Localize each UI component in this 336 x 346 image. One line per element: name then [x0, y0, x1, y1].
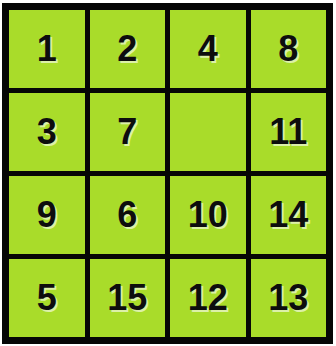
tile-6[interactable]: 6 [90, 176, 166, 254]
tile-15[interactable]: 15 [90, 259, 166, 337]
tile-5[interactable]: 5 [9, 259, 85, 337]
tile-2[interactable]: 2 [90, 10, 166, 88]
tile-4[interactable]: 4 [170, 10, 246, 88]
tile-1[interactable]: 1 [9, 10, 85, 88]
tile-11[interactable]: 11 [251, 93, 327, 171]
tile-14[interactable]: 14 [251, 176, 327, 254]
tile-8[interactable]: 8 [251, 10, 327, 88]
tile-12[interactable]: 12 [170, 259, 246, 337]
tile-3[interactable]: 3 [9, 93, 85, 171]
tile-9[interactable]: 9 [9, 176, 85, 254]
tile-10[interactable]: 10 [170, 176, 246, 254]
puzzle-screenshot: 124837119610145151213 [0, 0, 336, 346]
tile-13[interactable]: 13 [251, 259, 327, 337]
empty-cell [170, 93, 246, 171]
fifteen-puzzle-board: 124837119610145151213 [2, 3, 333, 344]
tile-7[interactable]: 7 [90, 93, 166, 171]
